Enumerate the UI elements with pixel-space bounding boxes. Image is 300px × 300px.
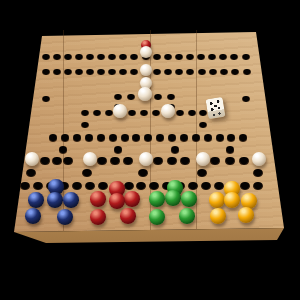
hole-links-3[interactable]: [226, 146, 235, 153]
hole-long-row[interactable]: [216, 134, 225, 141]
hole-links-3[interactable]: [59, 146, 68, 153]
hole-top-row-2[interactable]: [64, 69, 72, 75]
hole-links-4[interactable]: [253, 169, 262, 176]
hole-top-row-1[interactable]: [119, 54, 127, 60]
hole-start-row[interactable]: [136, 182, 145, 190]
hole-long-row[interactable]: [61, 134, 70, 141]
marble-white[interactable]: [140, 46, 152, 58]
marble-yellow[interactable]: [210, 208, 226, 224]
marble-green[interactable]: [179, 208, 195, 224]
hole-top-row-2[interactable]: [220, 69, 228, 75]
hole-start-row[interactable]: [85, 182, 94, 190]
hole-top-row-2[interactable]: [243, 69, 251, 75]
hole-barricade-row[interactable]: [63, 157, 72, 164]
hole-start-row[interactable]: [124, 182, 133, 190]
hole-top-row-2[interactable]: [164, 69, 172, 75]
marble-blue[interactable]: [63, 192, 78, 207]
hole-start-row[interactable]: [240, 182, 249, 190]
hole-top-row-1[interactable]: [164, 54, 172, 60]
hole-barricade-row[interactable]: [97, 157, 106, 164]
die[interactable]: [206, 97, 226, 119]
hole-links-4[interactable]: [138, 169, 147, 176]
hole-long-row[interactable]: [204, 134, 213, 141]
hole-barricade-row[interactable]: [153, 157, 162, 164]
hole-start-row[interactable]: [98, 182, 107, 190]
marble-red[interactable]: [109, 193, 124, 208]
hole-long-row[interactable]: [192, 134, 201, 141]
marble-blue[interactable]: [57, 209, 73, 225]
hole-links-3[interactable]: [114, 146, 123, 153]
hole-barricade-row[interactable]: [123, 157, 132, 164]
marble-green[interactable]: [165, 190, 180, 205]
hole-links-3[interactable]: [171, 146, 180, 153]
hole-barricade-row[interactable]: [225, 157, 234, 164]
marble-green[interactable]: [149, 209, 165, 225]
marble-yellow[interactable]: [224, 192, 239, 207]
hole-top-row-1[interactable]: [230, 54, 238, 60]
hole-start-row[interactable]: [149, 182, 158, 190]
hole-barricade-row[interactable]: [167, 157, 176, 164]
hole-top-row-2[interactable]: [186, 69, 194, 75]
hole-top-row-2[interactable]: [108, 69, 116, 75]
hole-top-row-1[interactable]: [86, 54, 94, 60]
hole-top-row-1[interactable]: [186, 54, 194, 60]
hole-barricade-row[interactable]: [110, 157, 119, 164]
marble-yellow[interactable]: [209, 192, 224, 207]
hole-barricade-row[interactable]: [239, 157, 248, 164]
hole-top-row-1[interactable]: [130, 54, 138, 60]
hole-long-row[interactable]: [156, 134, 165, 141]
hole-long-row[interactable]: [132, 134, 141, 141]
hole-top-row-1[interactable]: [175, 54, 183, 60]
hole-start-row[interactable]: [33, 182, 42, 190]
hole-start-row[interactable]: [253, 182, 262, 190]
marble-red[interactable]: [90, 209, 106, 225]
hole-top-row-1[interactable]: [208, 54, 216, 60]
marble-green[interactable]: [181, 191, 196, 206]
hole-top-row-1[interactable]: [42, 54, 50, 60]
marble-blue[interactable]: [47, 192, 62, 207]
hole-long-row[interactable]: [109, 134, 118, 141]
hole-top-row-2[interactable]: [53, 69, 61, 75]
hole-long-row[interactable]: [144, 134, 153, 141]
hole-start-row[interactable]: [72, 182, 81, 190]
hole-start-row[interactable]: [20, 182, 29, 190]
hole-barricade-row[interactable]: [52, 157, 61, 164]
hole-links-4[interactable]: [197, 169, 206, 176]
marble-white[interactable]: [138, 87, 151, 100]
marble-white[interactable]: [161, 104, 174, 117]
hole-top-row-2[interactable]: [42, 69, 50, 75]
hole-top-row-1[interactable]: [53, 54, 61, 60]
hole-top-row-2[interactable]: [119, 69, 127, 75]
marble-red[interactable]: [120, 208, 136, 224]
hole-top-row-2[interactable]: [209, 69, 217, 75]
marble-red[interactable]: [124, 191, 139, 206]
hole-top-row-2[interactable]: [198, 69, 206, 75]
plank-seam: [196, 30, 197, 235]
hole-long-row[interactable]: [121, 134, 130, 141]
marble-white[interactable]: [113, 104, 126, 117]
hole-top-row-2[interactable]: [175, 69, 183, 75]
hole-top-row-1[interactable]: [219, 54, 227, 60]
hole-links-4[interactable]: [82, 169, 91, 176]
hole-top-row-2[interactable]: [97, 69, 105, 75]
marble-yellow[interactable]: [238, 207, 254, 223]
marble-red[interactable]: [90, 191, 105, 206]
marble-green[interactable]: [149, 191, 164, 206]
hole-barricade-row[interactable]: [40, 157, 49, 164]
hole-top-row-1[interactable]: [64, 54, 72, 60]
hole-long-row[interactable]: [85, 134, 94, 141]
hole-top-row-2[interactable]: [75, 69, 83, 75]
hole-long-row[interactable]: [97, 134, 106, 141]
hole-top-row-1[interactable]: [197, 54, 205, 60]
hole-start-row[interactable]: [201, 182, 210, 190]
hole-long-row[interactable]: [73, 134, 82, 141]
marble-blue[interactable]: [25, 208, 41, 224]
hole-links-4[interactable]: [26, 169, 35, 176]
scene: [0, 0, 300, 300]
hole-long-row[interactable]: [239, 134, 248, 141]
hole-long-row[interactable]: [180, 134, 189, 141]
hole-barricade-row[interactable]: [180, 157, 189, 164]
marble-blue[interactable]: [28, 192, 43, 207]
hole-start-row[interactable]: [214, 182, 223, 190]
hole-long-row[interactable]: [49, 134, 58, 141]
hole-top-row-1[interactable]: [153, 54, 161, 60]
hole-top-row-1[interactable]: [75, 54, 83, 60]
hole-barricade-row[interactable]: [210, 157, 219, 164]
hole-top-row-2[interactable]: [130, 69, 138, 75]
hole-long-row[interactable]: [227, 134, 236, 141]
hole-top-row-1[interactable]: [108, 54, 116, 60]
hole-top-row-2[interactable]: [231, 69, 239, 75]
hole-top-row-2[interactable]: [86, 69, 94, 75]
hole-top-row-2[interactable]: [153, 69, 161, 75]
hole-long-row[interactable]: [168, 134, 177, 141]
hole-top-row-1[interactable]: [97, 54, 105, 60]
hole-top-row-1[interactable]: [242, 54, 250, 60]
hole-start-row[interactable]: [188, 182, 197, 190]
